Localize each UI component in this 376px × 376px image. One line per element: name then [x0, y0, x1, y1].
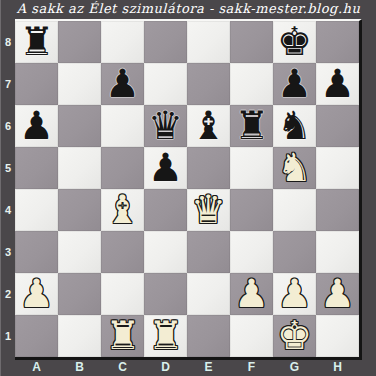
- square-e4[interactable]: ♛: [187, 189, 230, 231]
- square-b7[interactable]: [58, 63, 101, 105]
- rank-label-2: 2: [1, 273, 15, 315]
- square-c3[interactable]: [101, 231, 144, 273]
- square-c8[interactable]: [101, 21, 144, 63]
- square-f3[interactable]: [230, 231, 273, 273]
- square-b1[interactable]: [58, 315, 101, 357]
- square-c7[interactable]: ♟: [101, 63, 144, 105]
- file-labels: ABCDEFGH: [15, 359, 359, 375]
- rank-label-4: 4: [1, 189, 15, 231]
- white-pawn-piece[interactable]: ♟: [234, 273, 269, 315]
- square-b4[interactable]: [58, 189, 101, 231]
- square-e8[interactable]: [187, 21, 230, 63]
- square-h3[interactable]: [316, 231, 359, 273]
- square-a6[interactable]: ♟: [15, 105, 58, 147]
- square-c2[interactable]: [101, 273, 144, 315]
- square-f1[interactable]: [230, 315, 273, 357]
- square-f8[interactable]: [230, 21, 273, 63]
- file-label-c: C: [101, 359, 144, 375]
- black-pawn-piece[interactable]: ♟: [148, 147, 183, 189]
- white-pawn-piece[interactable]: ♟: [320, 273, 355, 315]
- black-pawn-piece[interactable]: ♟: [19, 105, 54, 147]
- black-queen-piece[interactable]: ♛: [148, 105, 183, 147]
- square-b2[interactable]: [58, 273, 101, 315]
- black-rook-piece[interactable]: ♜: [234, 105, 269, 147]
- square-f5[interactable]: [230, 147, 273, 189]
- black-pawn-piece[interactable]: ♟: [277, 63, 312, 105]
- square-d8[interactable]: [144, 21, 187, 63]
- square-g3[interactable]: [273, 231, 316, 273]
- black-rook-piece[interactable]: ♜: [19, 21, 54, 63]
- rank-labels: 87654321: [1, 21, 15, 357]
- rank-label-6: 6: [1, 105, 15, 147]
- square-g8[interactable]: ♚: [273, 21, 316, 63]
- square-d6[interactable]: ♛: [144, 105, 187, 147]
- square-d3[interactable]: [144, 231, 187, 273]
- square-f6[interactable]: ♜: [230, 105, 273, 147]
- square-g4[interactable]: [273, 189, 316, 231]
- square-e2[interactable]: [187, 273, 230, 315]
- square-e5[interactable]: [187, 147, 230, 189]
- rank-label-1: 1: [1, 315, 15, 357]
- white-king-piece[interactable]: ♚: [277, 315, 312, 357]
- file-label-a: A: [15, 359, 58, 375]
- rank-label-8: 8: [1, 21, 15, 63]
- square-c1[interactable]: ♜: [101, 315, 144, 357]
- rank-label-3: 3: [1, 231, 15, 273]
- white-knight-piece[interactable]: ♞: [277, 147, 312, 189]
- square-g6[interactable]: ♞: [273, 105, 316, 147]
- square-b5[interactable]: [58, 147, 101, 189]
- square-d1[interactable]: ♜: [144, 315, 187, 357]
- black-bishop-piece[interactable]: ♝: [191, 105, 226, 147]
- black-knight-piece[interactable]: ♞: [277, 105, 312, 147]
- file-label-b: B: [58, 359, 101, 375]
- square-d2[interactable]: [144, 273, 187, 315]
- square-a8[interactable]: ♜: [15, 21, 58, 63]
- square-c4[interactable]: ♝: [101, 189, 144, 231]
- square-a1[interactable]: [15, 315, 58, 357]
- square-d7[interactable]: [144, 63, 187, 105]
- square-f4[interactable]: [230, 189, 273, 231]
- chess-board: ♜♚♟♟♟♟♛♝♜♞♟♞♝♛♟♟♟♟♜♜♚: [15, 19, 362, 360]
- black-pawn-piece[interactable]: ♟: [105, 63, 140, 105]
- rank-label-5: 5: [1, 147, 15, 189]
- square-f7[interactable]: [230, 63, 273, 105]
- file-label-f: F: [230, 359, 273, 375]
- square-g5[interactable]: ♞: [273, 147, 316, 189]
- square-c6[interactable]: [101, 105, 144, 147]
- square-d4[interactable]: [144, 189, 187, 231]
- file-label-e: E: [187, 359, 230, 375]
- square-b8[interactable]: [58, 21, 101, 63]
- square-h7[interactable]: ♟: [316, 63, 359, 105]
- square-g1[interactable]: ♚: [273, 315, 316, 357]
- square-a7[interactable]: [15, 63, 58, 105]
- square-b6[interactable]: [58, 105, 101, 147]
- square-c5[interactable]: [101, 147, 144, 189]
- square-a2[interactable]: ♟: [15, 273, 58, 315]
- square-a3[interactable]: [15, 231, 58, 273]
- white-rook-piece[interactable]: ♜: [148, 315, 183, 357]
- square-h2[interactable]: ♟: [316, 273, 359, 315]
- white-queen-piece[interactable]: ♛: [191, 189, 226, 231]
- square-g2[interactable]: ♟: [273, 273, 316, 315]
- square-a4[interactable]: [15, 189, 58, 231]
- square-e3[interactable]: [187, 231, 230, 273]
- square-b3[interactable]: [58, 231, 101, 273]
- white-pawn-piece[interactable]: ♟: [19, 273, 54, 315]
- square-g7[interactable]: ♟: [273, 63, 316, 105]
- white-bishop-piece[interactable]: ♝: [105, 189, 140, 231]
- file-label-h: H: [316, 359, 359, 375]
- title-bar: A sakk az Élet szimulátora - sakk-mester…: [1, 0, 376, 19]
- square-e6[interactable]: ♝: [187, 105, 230, 147]
- square-d5[interactable]: ♟: [144, 147, 187, 189]
- square-h4[interactable]: [316, 189, 359, 231]
- black-pawn-piece[interactable]: ♟: [320, 63, 355, 105]
- square-e7[interactable]: [187, 63, 230, 105]
- square-h6[interactable]: [316, 105, 359, 147]
- white-rook-piece[interactable]: ♜: [105, 315, 140, 357]
- rank-label-7: 7: [1, 63, 15, 105]
- square-e1[interactable]: [187, 315, 230, 357]
- file-label-g: G: [273, 359, 316, 375]
- square-h5[interactable]: [316, 147, 359, 189]
- square-h8[interactable]: [316, 21, 359, 63]
- chess-diagram-page: { "game": "chess", "position": "r5k1/2p3…: [0, 0, 376, 376]
- square-a5[interactable]: [15, 147, 58, 189]
- black-king-piece[interactable]: ♚: [277, 21, 312, 63]
- white-pawn-piece[interactable]: ♟: [277, 273, 312, 315]
- file-label-d: D: [144, 359, 187, 375]
- square-h1[interactable]: [316, 315, 359, 357]
- square-f2[interactable]: ♟: [230, 273, 273, 315]
